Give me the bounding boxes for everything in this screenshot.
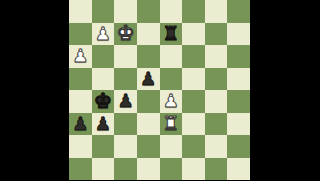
game-screenshot: ♟♚♜♟♟♚♟♟♟♟♜: [0, 0, 320, 180]
square-a8[interactable]: [69, 0, 92, 23]
square-g1[interactable]: [205, 158, 228, 181]
square-g4[interactable]: [205, 90, 228, 113]
square-e5[interactable]: [160, 68, 183, 91]
square-f1[interactable]: [182, 158, 205, 181]
square-e3[interactable]: ♜: [160, 113, 183, 136]
black-pawn[interactable]: ♟: [140, 69, 156, 87]
square-h5[interactable]: [227, 68, 250, 91]
square-e1[interactable]: [160, 158, 183, 181]
square-a2[interactable]: [69, 135, 92, 158]
square-h3[interactable]: [227, 113, 250, 136]
square-f3[interactable]: [182, 113, 205, 136]
square-b3[interactable]: ♟: [92, 113, 115, 136]
square-a5[interactable]: [69, 68, 92, 91]
square-e4[interactable]: ♟: [160, 90, 183, 113]
black-king[interactable]: ♚: [94, 90, 113, 111]
square-a4[interactable]: [69, 90, 92, 113]
square-b4[interactable]: ♚: [92, 90, 115, 113]
square-d3[interactable]: [137, 113, 160, 136]
square-f5[interactable]: [182, 68, 205, 91]
black-rook[interactable]: ♜: [162, 24, 179, 43]
square-h2[interactable]: [227, 135, 250, 158]
square-c6[interactable]: [114, 45, 137, 68]
square-g5[interactable]: [205, 68, 228, 91]
square-b6[interactable]: [92, 45, 115, 68]
square-c1[interactable]: [114, 158, 137, 181]
square-c2[interactable]: [114, 135, 137, 158]
square-d2[interactable]: [137, 135, 160, 158]
square-c8[interactable]: [114, 0, 137, 23]
square-g2[interactable]: [205, 135, 228, 158]
white-rook[interactable]: ♜: [162, 114, 179, 133]
square-g7[interactable]: [205, 23, 228, 46]
square-e7[interactable]: ♜: [160, 23, 183, 46]
square-f7[interactable]: [182, 23, 205, 46]
square-e8[interactable]: [160, 0, 183, 23]
square-d6[interactable]: [137, 45, 160, 68]
letterbox-right: [250, 0, 320, 180]
square-d4[interactable]: [137, 90, 160, 113]
square-e6[interactable]: [160, 45, 183, 68]
letterbox-left: [0, 0, 69, 180]
chess-board[interactable]: ♟♚♜♟♟♚♟♟♟♟♜: [69, 0, 250, 180]
square-a3[interactable]: ♟: [69, 113, 92, 136]
square-h4[interactable]: [227, 90, 250, 113]
square-d5[interactable]: ♟: [137, 68, 160, 91]
square-g6[interactable]: [205, 45, 228, 68]
square-g3[interactable]: [205, 113, 228, 136]
black-pawn[interactable]: ♟: [72, 114, 88, 132]
square-h1[interactable]: [227, 158, 250, 181]
square-f2[interactable]: [182, 135, 205, 158]
white-pawn[interactable]: ♟: [72, 47, 88, 65]
square-b7[interactable]: ♟: [92, 23, 115, 46]
square-c4[interactable]: ♟: [114, 90, 137, 113]
square-a7[interactable]: [69, 23, 92, 46]
square-d7[interactable]: [137, 23, 160, 46]
square-d1[interactable]: [137, 158, 160, 181]
black-pawn[interactable]: ♟: [95, 114, 111, 132]
white-king[interactable]: ♚: [116, 23, 135, 44]
square-f4[interactable]: [182, 90, 205, 113]
square-b5[interactable]: [92, 68, 115, 91]
square-b8[interactable]: [92, 0, 115, 23]
square-d8[interactable]: [137, 0, 160, 23]
square-c5[interactable]: [114, 68, 137, 91]
square-h7[interactable]: [227, 23, 250, 46]
square-f8[interactable]: [182, 0, 205, 23]
white-pawn[interactable]: ♟: [95, 24, 111, 42]
white-pawn[interactable]: ♟: [163, 92, 179, 110]
square-b1[interactable]: [92, 158, 115, 181]
square-c7[interactable]: ♚: [114, 23, 137, 46]
square-c3[interactable]: [114, 113, 137, 136]
square-e2[interactable]: [160, 135, 183, 158]
black-pawn[interactable]: ♟: [117, 92, 133, 110]
square-b2[interactable]: [92, 135, 115, 158]
square-g8[interactable]: [205, 0, 228, 23]
square-a6[interactable]: ♟: [69, 45, 92, 68]
square-h8[interactable]: [227, 0, 250, 23]
square-a1[interactable]: [69, 158, 92, 181]
square-h6[interactable]: [227, 45, 250, 68]
square-f6[interactable]: [182, 45, 205, 68]
